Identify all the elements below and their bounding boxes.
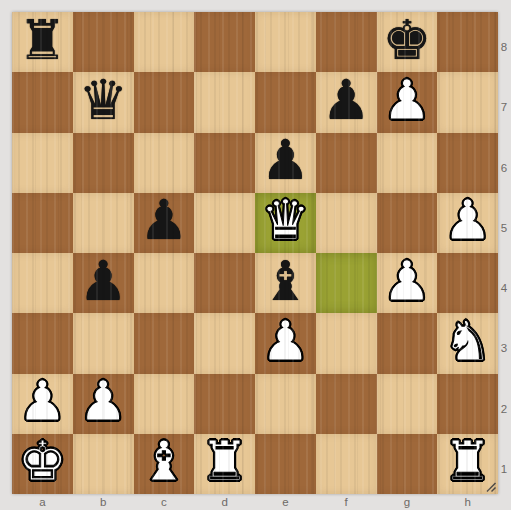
rank-label-1: 1 — [497, 439, 511, 499]
rank-label-4: 4 — [497, 258, 511, 318]
square-e6[interactable]: ♟︎ — [255, 133, 316, 193]
piece-black-pawn-c5[interactable]: ♟︎ — [139, 193, 188, 248]
square-c3[interactable] — [134, 313, 195, 373]
square-b3[interactable] — [73, 313, 134, 373]
square-g3[interactable] — [377, 313, 438, 373]
square-c5[interactable]: ♟︎ — [134, 193, 195, 253]
file-label-a: a — [12, 494, 73, 509]
square-d1[interactable]: ♜︎ — [194, 434, 255, 494]
square-b2[interactable]: ♟︎ — [73, 374, 134, 434]
piece-white-pawn-g4[interactable]: ♟︎ — [382, 254, 431, 309]
piece-white-queen-e5[interactable]: ♛︎ — [261, 193, 310, 248]
piece-white-pawn-g7[interactable]: ♟︎ — [382, 73, 431, 128]
file-label-g: g — [377, 494, 438, 509]
square-d8[interactable] — [194, 12, 255, 72]
piece-black-king-g8[interactable]: ♚︎ — [382, 13, 431, 68]
square-f5[interactable] — [316, 193, 377, 253]
square-g2[interactable] — [377, 374, 438, 434]
rank-labels: 87654321 — [497, 12, 511, 494]
square-e1[interactable] — [255, 434, 316, 494]
square-d4[interactable] — [194, 253, 255, 313]
rank-label-5: 5 — [497, 198, 511, 258]
square-h3[interactable]: ♞︎ — [437, 313, 498, 373]
chess-board: ♜︎♚︎♛︎♟︎♟︎♟︎♟︎♛︎♟︎♟︎♝︎♟︎♟︎♞︎♟︎♟︎♚︎♝︎♜︎♜︎ — [12, 12, 498, 494]
square-e3[interactable]: ♟︎ — [255, 313, 316, 373]
rank-label-2: 2 — [497, 379, 511, 439]
square-g4[interactable]: ♟︎ — [377, 253, 438, 313]
square-f8[interactable] — [316, 12, 377, 72]
file-label-f: f — [316, 494, 377, 509]
square-g8[interactable]: ♚︎ — [377, 12, 438, 72]
square-f7[interactable]: ♟︎ — [316, 72, 377, 132]
square-f1[interactable] — [316, 434, 377, 494]
square-g5[interactable] — [377, 193, 438, 253]
square-c2[interactable] — [134, 374, 195, 434]
piece-black-bishop-e4[interactable]: ♝︎ — [261, 254, 310, 309]
square-a6[interactable] — [12, 133, 73, 193]
piece-white-bishop-c1[interactable]: ♝︎ — [139, 434, 188, 489]
rank-label-3: 3 — [497, 318, 511, 378]
square-d6[interactable] — [194, 133, 255, 193]
board-resize-handle-icon[interactable] — [485, 481, 496, 492]
square-c1[interactable]: ♝︎ — [134, 434, 195, 494]
square-g7[interactable]: ♟︎ — [377, 72, 438, 132]
square-b4[interactable]: ♟︎ — [73, 253, 134, 313]
square-h2[interactable] — [437, 374, 498, 434]
piece-black-rook-a8[interactable]: ♜︎ — [18, 13, 67, 68]
square-c8[interactable] — [134, 12, 195, 72]
square-c7[interactable] — [134, 72, 195, 132]
piece-white-knight-h3[interactable]: ♞︎ — [443, 314, 492, 369]
square-e4[interactable]: ♝︎ — [255, 253, 316, 313]
square-g1[interactable] — [377, 434, 438, 494]
square-f4[interactable] — [316, 253, 377, 313]
square-e7[interactable] — [255, 72, 316, 132]
rank-label-6: 6 — [497, 138, 511, 198]
square-g6[interactable] — [377, 133, 438, 193]
file-labels: abcdefgh — [12, 494, 498, 509]
square-a8[interactable]: ♜︎ — [12, 12, 73, 72]
square-h7[interactable] — [437, 72, 498, 132]
square-b7[interactable]: ♛︎ — [73, 72, 134, 132]
square-a2[interactable]: ♟︎ — [12, 374, 73, 434]
square-h5[interactable]: ♟︎ — [437, 193, 498, 253]
file-label-d: d — [194, 494, 255, 509]
file-label-e: e — [255, 494, 316, 509]
square-f2[interactable] — [316, 374, 377, 434]
square-a4[interactable] — [12, 253, 73, 313]
square-d2[interactable] — [194, 374, 255, 434]
square-d7[interactable] — [194, 72, 255, 132]
square-h8[interactable] — [437, 12, 498, 72]
square-e8[interactable] — [255, 12, 316, 72]
piece-black-pawn-e6[interactable]: ♟︎ — [261, 133, 310, 188]
piece-white-pawn-a2[interactable]: ♟︎ — [18, 374, 67, 429]
piece-black-pawn-f7[interactable]: ♟︎ — [321, 73, 370, 128]
square-a1[interactable]: ♚︎ — [12, 434, 73, 494]
square-c4[interactable] — [134, 253, 195, 313]
piece-white-pawn-h5[interactable]: ♟︎ — [443, 193, 492, 248]
square-b5[interactable] — [73, 193, 134, 253]
piece-white-king-a1[interactable]: ♚︎ — [18, 434, 67, 489]
board-page: ♜︎♚︎♛︎♟︎♟︎♟︎♟︎♛︎♟︎♟︎♝︎♟︎♟︎♞︎♟︎♟︎♚︎♝︎♜︎♜︎… — [0, 0, 511, 510]
rank-label-7: 7 — [497, 77, 511, 137]
square-e5[interactable]: ♛︎ — [255, 193, 316, 253]
square-h6[interactable] — [437, 133, 498, 193]
square-f3[interactable] — [316, 313, 377, 373]
piece-black-pawn-b4[interactable]: ♟︎ — [78, 254, 127, 309]
square-d3[interactable] — [194, 313, 255, 373]
square-c6[interactable] — [134, 133, 195, 193]
square-f6[interactable] — [316, 133, 377, 193]
square-h4[interactable] — [437, 253, 498, 313]
file-label-c: c — [134, 494, 195, 509]
square-e2[interactable] — [255, 374, 316, 434]
square-a5[interactable] — [12, 193, 73, 253]
rank-label-8: 8 — [497, 17, 511, 77]
file-label-h: h — [437, 494, 498, 509]
file-label-b: b — [73, 494, 134, 509]
square-b1[interactable] — [73, 434, 134, 494]
piece-white-rook-d1[interactable]: ♜︎ — [200, 434, 249, 489]
piece-white-pawn-e3[interactable]: ♟︎ — [261, 314, 310, 369]
square-b6[interactable] — [73, 133, 134, 193]
square-b8[interactable] — [73, 12, 134, 72]
square-a3[interactable] — [12, 313, 73, 373]
piece-black-queen-b7[interactable]: ♛︎ — [78, 73, 127, 128]
piece-white-pawn-b2[interactable]: ♟︎ — [78, 374, 127, 429]
square-d5[interactable] — [194, 193, 255, 253]
square-a7[interactable] — [12, 72, 73, 132]
